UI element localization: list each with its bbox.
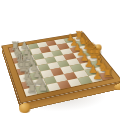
square-g1: ♞ (21, 80, 35, 89)
chess-board: ♜♟♟♜♞♟♟♞♝♟♟♝♛♟♟♛♚♟♟♚♝♟♟♝♞♟♟♞♜♟♟♜ (1, 32, 120, 103)
piece-black-rook-h8: ♜ (102, 66, 114, 79)
square-f5 (60, 66, 74, 74)
square-c1: ♝ (13, 56, 25, 63)
square-h4 (57, 80, 71, 89)
chess-set-photo: ♜♟♟♜♞♟♟♞♝♟♟♝♛♟♟♛♚♟♟♚♝♟♟♝♞♟♟♞♜♟♟♜ (0, 0, 120, 120)
square-h5 (67, 78, 82, 87)
piece-white-bishop-f1: ♝ (20, 67, 33, 81)
square-d3 (35, 58, 48, 65)
square-c5 (51, 50, 63, 57)
square-c6 (60, 48, 72, 55)
